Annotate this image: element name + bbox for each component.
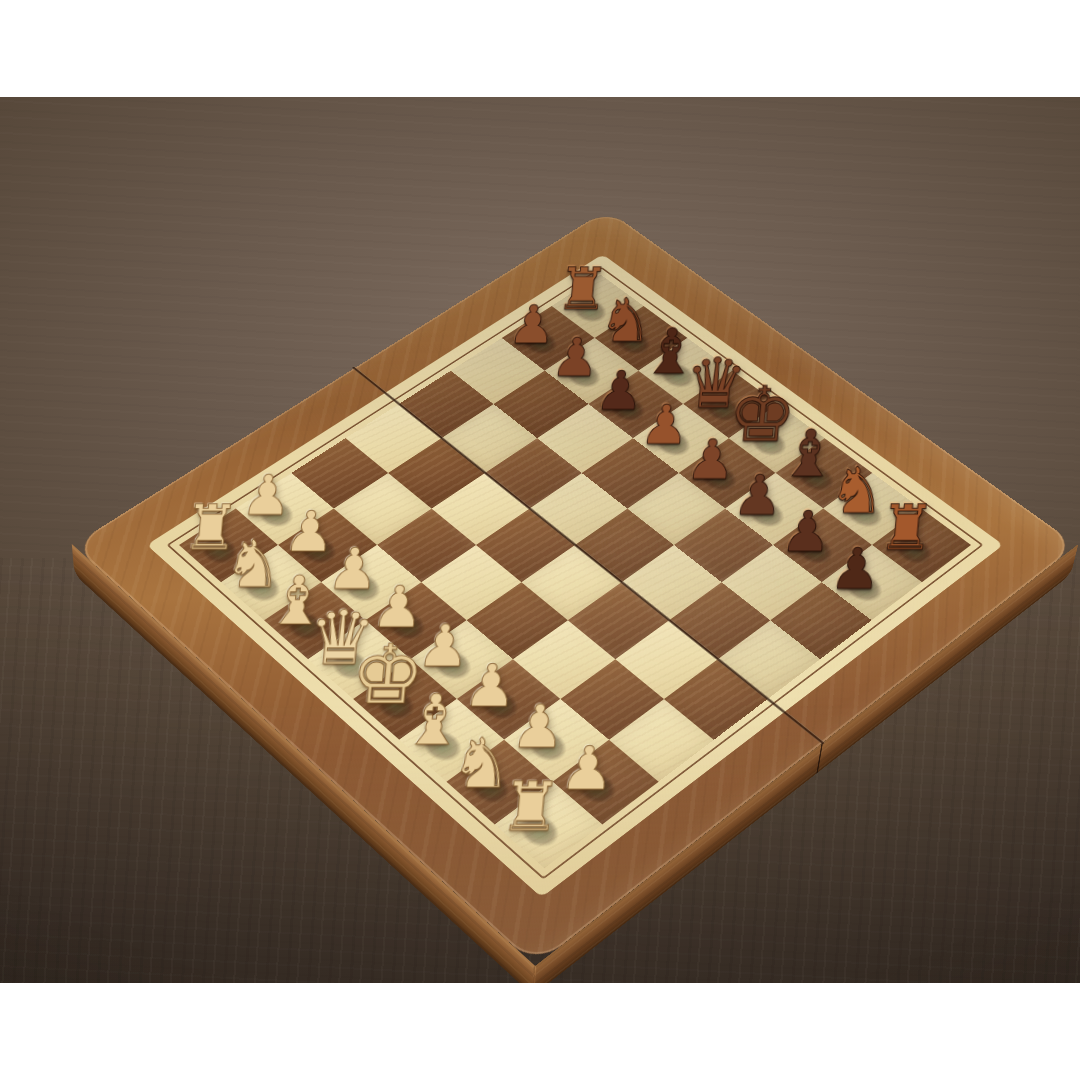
board-top-face: ♜♞♝♛♚♝♞♜♟♟♟♟♟♟♟♟♟♟♟♟♟♟♟♟♜♞♝♛♚♝♞♜: [73, 210, 1077, 966]
white-pawn-glyph: ♟: [462, 658, 520, 714]
black-pawn-glyph: ♟: [507, 300, 559, 350]
black-pawn-glyph: ♟: [639, 399, 692, 451]
black-pawn-glyph: ♟: [594, 365, 647, 416]
white-pawn-glyph: ♟: [510, 698, 568, 755]
photo-area: ♜♞♝♛♚♝♞♜♟♟♟♟♟♟♟♟♟♟♟♟♟♟♟♟♜♞♝♛♚♝♞♜: [0, 97, 1080, 983]
black-rook-glyph: ♜: [876, 499, 937, 558]
chess-board: ♜♞♝♛♚♝♞♜♟♟♟♟♟♟♟♟♟♟♟♟♟♟♟♟♜♞♝♛♚♝♞♜: [73, 210, 1077, 966]
white-rook-glyph: ♜: [498, 776, 564, 840]
white-pawn-glyph: ♟: [370, 579, 426, 634]
black-pawn-glyph: ♟: [684, 433, 738, 485]
letterbox-top: [0, 0, 1080, 97]
black-pawn-glyph: ♟: [731, 469, 785, 522]
scene-3d: ♜♞♝♛♚♝♞♜♟♟♟♟♟♟♟♟♟♟♟♟♟♟♟♟♜♞♝♛♚♝♞♜: [0, 97, 1080, 983]
black-pawn-glyph: ♟: [550, 332, 602, 383]
black-pawn-glyph: ♟: [828, 542, 884, 596]
letterbox-bottom: [0, 983, 1080, 1080]
black-pawn-glyph: ♟: [779, 505, 834, 558]
white-pawn-glyph: ♟: [558, 740, 617, 797]
